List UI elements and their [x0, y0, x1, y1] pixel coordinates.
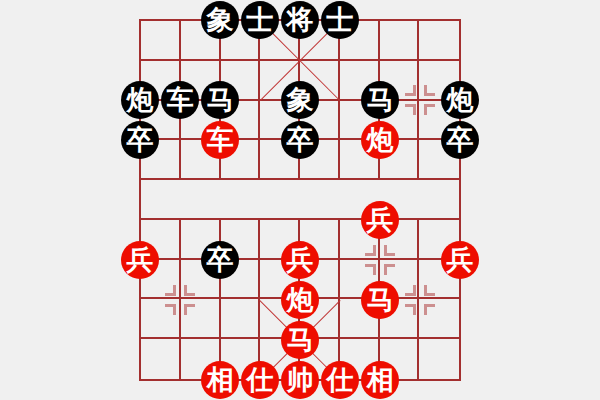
piece-red-elephant[interactable]: 相: [361, 361, 399, 399]
board-cell: [419, 339, 459, 379]
piece-black-pawn[interactable]: 卒: [441, 121, 479, 159]
piece-black-horse[interactable]: 马: [361, 81, 399, 119]
star-corner: [384, 264, 395, 275]
piece-red-pawn[interactable]: 兵: [361, 201, 399, 239]
piece-black-cannon[interactable]: 炮: [441, 81, 479, 119]
star-corner: [424, 104, 435, 115]
board-cell: [141, 180, 181, 220]
piece-black-advisor[interactable]: 士: [321, 1, 359, 39]
board-cell: [141, 21, 181, 61]
star-corner: [384, 245, 395, 256]
star-corner: [405, 285, 416, 296]
star-corner: [405, 104, 416, 115]
piece-black-pawn[interactable]: 卒: [201, 241, 239, 279]
board-cell: [380, 21, 420, 61]
piece-black-pawn[interactable]: 卒: [281, 121, 319, 159]
piece-black-chariot[interactable]: 车: [161, 81, 199, 119]
star-corner: [184, 304, 195, 315]
star-corner: [165, 285, 176, 296]
board-cell: [419, 180, 459, 220]
star-point-mark: [405, 85, 435, 115]
star-corner: [424, 85, 435, 96]
star-point-mark: [405, 285, 435, 315]
xiangqi-screenshot: { "game": "xiangqi", "position": "2baka3…: [0, 0, 600, 400]
piece-red-pawn[interactable]: 兵: [121, 241, 159, 279]
board-cell: [260, 180, 300, 220]
star-corner: [365, 264, 376, 275]
piece-red-cannon[interactable]: 炮: [361, 121, 399, 159]
piece-black-cannon[interactable]: 炮: [121, 81, 159, 119]
piece-red-horse[interactable]: 马: [281, 321, 319, 359]
board-cell: [300, 180, 340, 220]
board-cell: [221, 299, 261, 339]
piece-black-horse[interactable]: 马: [201, 81, 239, 119]
piece-red-cannon[interactable]: 炮: [281, 281, 319, 319]
piece-red-advisor[interactable]: 仕: [241, 361, 279, 399]
board-cell: [419, 21, 459, 61]
star-corner: [165, 304, 176, 315]
piece-red-pawn[interactable]: 兵: [441, 241, 479, 279]
piece-black-elephant[interactable]: 象: [201, 1, 239, 39]
piece-red-horse[interactable]: 马: [361, 281, 399, 319]
star-corner: [424, 285, 435, 296]
piece-black-advisor[interactable]: 士: [241, 1, 279, 39]
xiangqi-board: 象士将士炮车马象马炮卒车卒炮卒兵兵卒兵兵炮马马相仕帅仕相: [0, 0, 600, 400]
star-corner: [365, 245, 376, 256]
piece-red-pawn[interactable]: 兵: [281, 241, 319, 279]
piece-red-advisor[interactable]: 仕: [321, 361, 359, 399]
board-cell: [141, 339, 181, 379]
piece-red-chariot[interactable]: 车: [201, 121, 239, 159]
piece-black-elephant[interactable]: 象: [281, 81, 319, 119]
star-point-mark: [365, 245, 395, 275]
star-corner: [405, 85, 416, 96]
piece-black-general[interactable]: 将: [281, 1, 319, 39]
piece-red-elephant[interactable]: 相: [201, 361, 239, 399]
star-corner: [424, 304, 435, 315]
piece-red-general[interactable]: 帅: [281, 361, 319, 399]
star-corner: [184, 285, 195, 296]
board-cell: [221, 180, 261, 220]
piece-black-pawn[interactable]: 卒: [121, 121, 159, 159]
star-point-mark: [165, 285, 195, 315]
board-cell: [181, 180, 221, 220]
star-corner: [405, 304, 416, 315]
